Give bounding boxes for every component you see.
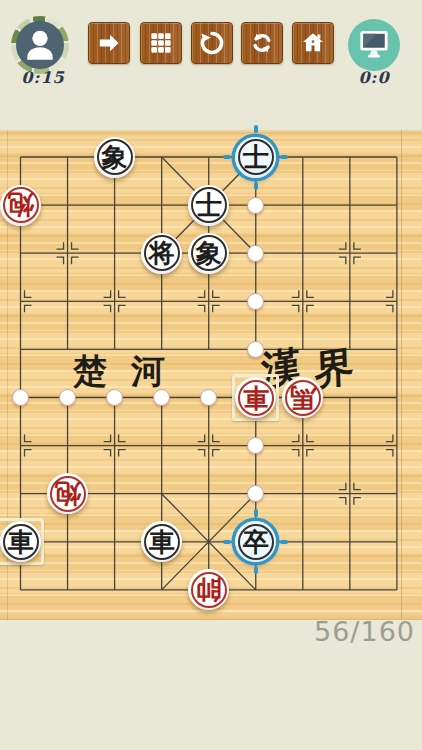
piece-red-cannon[interactable]: 炮 xyxy=(47,473,88,514)
capture-target-tick xyxy=(280,540,288,544)
black-general-glyph: 将 xyxy=(149,240,175,266)
forward-button[interactable] xyxy=(88,22,130,64)
river-label-chu: 楚 xyxy=(73,354,107,388)
piece-red-horse[interactable]: 馬 xyxy=(282,377,323,418)
piece-red-cannon[interactable]: 炮 xyxy=(0,185,41,226)
capture-target-tick xyxy=(254,566,258,574)
black-pawn-glyph: 卒 xyxy=(243,529,269,555)
move-counter: 56/160 xyxy=(314,616,415,647)
home-button[interactable] xyxy=(292,22,334,64)
river-label-he: 河 xyxy=(131,354,165,388)
flip-board-button[interactable] xyxy=(241,22,283,64)
move-dot[interactable] xyxy=(153,389,170,406)
move-dot[interactable] xyxy=(12,389,29,406)
piece-black-general[interactable]: 将 xyxy=(141,233,182,274)
capture-target-tick xyxy=(254,125,258,133)
player-avatar[interactable] xyxy=(16,21,64,69)
computer-monitor-icon xyxy=(355,24,393,66)
undo-icon xyxy=(199,30,225,56)
move-dot[interactable] xyxy=(106,389,123,406)
piece-black-elephant[interactable]: 象 xyxy=(188,233,229,274)
piece-black-advisor[interactable]: 士 xyxy=(235,137,276,178)
move-dot[interactable] xyxy=(247,293,264,310)
capture-target-tick xyxy=(280,155,288,159)
capture-target-tick xyxy=(223,155,231,159)
player-timer-ring xyxy=(11,16,69,74)
red-horse-glyph: 馬 xyxy=(290,385,316,411)
move-dot[interactable] xyxy=(59,389,76,406)
grid-icon xyxy=(148,30,174,56)
xiangqi-board[interactable]: 楚 河 漢 界 象士士炮将象車馬炮車車卒帥 xyxy=(0,130,422,620)
moves-grid-button[interactable] xyxy=(140,22,182,64)
home-icon xyxy=(300,30,326,56)
person-icon xyxy=(20,23,60,67)
red-general-glyph: 帥 xyxy=(196,577,222,603)
black-elephant-glyph: 象 xyxy=(102,144,128,170)
opponent-clock: 0:0 xyxy=(344,68,404,87)
opponent-avatar[interactable] xyxy=(348,19,400,71)
piece-red-chariot[interactable]: 車 xyxy=(235,377,276,418)
piece-black-advisor[interactable]: 士 xyxy=(188,185,229,226)
capture-target-tick xyxy=(254,182,258,190)
black-advisor-glyph: 士 xyxy=(243,144,269,170)
arrow-right-icon xyxy=(96,30,122,56)
black-elephant-glyph: 象 xyxy=(196,240,222,266)
piece-black-chariot[interactable]: 車 xyxy=(0,521,41,562)
river-label-jie: 界 xyxy=(313,345,354,391)
capture-target-tick xyxy=(223,540,231,544)
capture-target-tick xyxy=(254,509,258,517)
cycle-arrows-icon xyxy=(249,30,275,56)
black-chariot-glyph: 車 xyxy=(149,529,175,555)
undo-button[interactable] xyxy=(191,22,233,64)
red-cannon-glyph: 炮 xyxy=(8,192,34,218)
piece-black-elephant[interactable]: 象 xyxy=(94,137,135,178)
black-advisor-glyph: 士 xyxy=(196,192,222,218)
black-chariot-glyph: 車 xyxy=(8,529,34,555)
move-dot[interactable] xyxy=(247,245,264,262)
red-cannon-glyph: 炮 xyxy=(55,481,81,507)
move-dot[interactable] xyxy=(247,197,264,214)
player-clock: 0:15 xyxy=(13,68,73,87)
red-chariot-glyph: 車 xyxy=(243,385,269,411)
